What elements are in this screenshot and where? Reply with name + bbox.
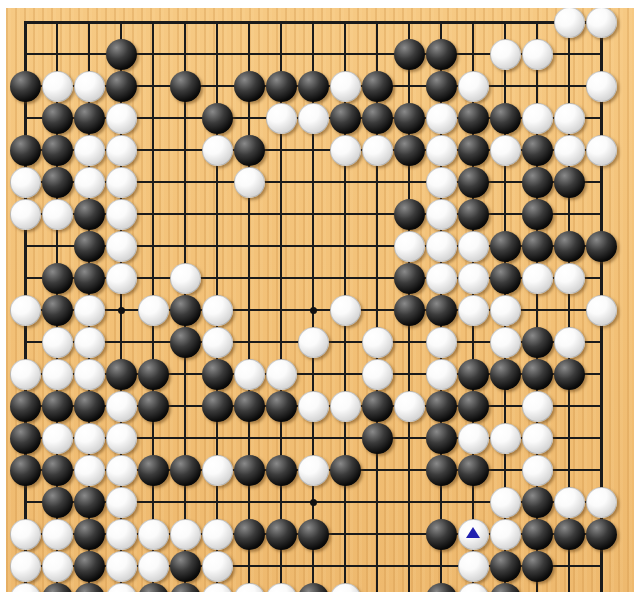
black-stone-c5-r9[interactable]	[170, 295, 201, 326]
white-stone-c14-r17[interactable]	[458, 551, 489, 582]
black-stone-c7-r12[interactable]	[234, 391, 265, 422]
white-stone-c13-r5[interactable]	[426, 167, 457, 198]
last-move-triangle-marker	[466, 527, 480, 538]
white-stone-c13-r8[interactable]	[426, 263, 457, 294]
white-stone-c2-r13[interactable]	[74, 423, 105, 454]
black-stone-c15-r8[interactable]	[490, 263, 521, 294]
white-stone-c13-r10[interactable]	[426, 327, 457, 358]
black-stone-c10-r3[interactable]	[330, 103, 361, 134]
white-stone-c9-r12[interactable]	[298, 391, 329, 422]
go-board[interactable]	[6, 8, 634, 592]
black-stone-c18-r16[interactable]	[586, 519, 617, 550]
black-stone-c7-r16[interactable]	[234, 519, 265, 550]
black-stone-c12-r1[interactable]	[394, 39, 425, 70]
white-stone-c4-r16[interactable]	[138, 519, 169, 550]
white-stone-c13-r11[interactable]	[426, 359, 457, 390]
white-stone-c15-r1[interactable]	[490, 39, 521, 70]
black-stone-c17-r11[interactable]	[554, 359, 585, 390]
black-stone-c13-r13[interactable]	[426, 423, 457, 454]
white-stone-c3-r7[interactable]	[106, 231, 137, 262]
white-stone-c3-r13[interactable]	[106, 423, 137, 454]
black-stone-c12-r3[interactable]	[394, 103, 425, 134]
white-stone-c16-r3[interactable]	[522, 103, 553, 134]
black-stone-c13-r9[interactable]	[426, 295, 457, 326]
white-stone-c3-r4[interactable]	[106, 135, 137, 166]
black-stone-c2-r12[interactable]	[74, 391, 105, 422]
white-stone-c3-r12[interactable]	[106, 391, 137, 422]
black-stone-c16-r11[interactable]	[522, 359, 553, 390]
white-stone-c15-r13[interactable]	[490, 423, 521, 454]
white-stone-c10-r12[interactable]	[330, 391, 361, 422]
black-stone-c17-r5[interactable]	[554, 167, 585, 198]
white-stone-c5-r8[interactable]	[170, 263, 201, 294]
board-layer	[6, 8, 634, 592]
black-stone-c8-r2[interactable]	[266, 71, 297, 102]
black-stone-c15-r7[interactable]	[490, 231, 521, 262]
grid-line-vertical	[248, 21, 250, 592]
white-stone-c3-r14[interactable]	[106, 455, 137, 486]
black-stone-c4-r12[interactable]	[138, 391, 169, 422]
black-stone-c7-r2[interactable]	[234, 71, 265, 102]
white-stone-c8-r3[interactable]	[266, 103, 297, 134]
white-stone-c1-r17[interactable]	[42, 551, 73, 582]
white-stone-c7-r11[interactable]	[234, 359, 265, 390]
white-stone-c17-r0[interactable]	[554, 8, 585, 38]
white-stone-c10-r2[interactable]	[330, 71, 361, 102]
black-stone-c13-r12[interactable]	[426, 391, 457, 422]
white-stone-c2-r10[interactable]	[74, 327, 105, 358]
black-stone-c15-r17[interactable]	[490, 551, 521, 582]
black-stone-c1-r18[interactable]	[42, 583, 73, 593]
black-stone-c14-r11[interactable]	[458, 359, 489, 390]
white-stone-c16-r1[interactable]	[522, 39, 553, 70]
black-stone-c14-r12[interactable]	[458, 391, 489, 422]
black-stone-c6-r12[interactable]	[202, 391, 233, 422]
white-stone-c12-r7[interactable]	[394, 231, 425, 262]
white-stone-c14-r13[interactable]	[458, 423, 489, 454]
white-stone-c4-r9[interactable]	[138, 295, 169, 326]
black-stone-c9-r18[interactable]	[298, 583, 329, 593]
black-stone-c15-r3[interactable]	[490, 103, 521, 134]
white-stone-c16-r12[interactable]	[522, 391, 553, 422]
white-stone-c14-r2[interactable]	[458, 71, 489, 102]
white-stone-c0-r16[interactable]	[10, 519, 41, 550]
black-stone-c1-r15[interactable]	[42, 487, 73, 518]
black-stone-c17-r7[interactable]	[554, 231, 585, 262]
white-stone-c6-r4[interactable]	[202, 135, 233, 166]
white-stone-c3-r18[interactable]	[106, 583, 137, 593]
black-stone-c16-r4[interactable]	[522, 135, 553, 166]
black-stone-c1-r3[interactable]	[42, 103, 73, 134]
black-stone-c5-r10[interactable]	[170, 327, 201, 358]
white-stone-c6-r10[interactable]	[202, 327, 233, 358]
go-app-screenshot	[0, 0, 640, 597]
white-stone-c18-r9[interactable]	[586, 295, 617, 326]
black-stone-c0-r2[interactable]	[10, 71, 41, 102]
black-stone-c3-r11[interactable]	[106, 359, 137, 390]
white-stone-c2-r11[interactable]	[74, 359, 105, 390]
white-stone-c1-r13[interactable]	[42, 423, 73, 454]
black-stone-c9-r2[interactable]	[298, 71, 329, 102]
black-stone-c14-r14[interactable]	[458, 455, 489, 486]
white-stone-c11-r4[interactable]	[362, 135, 393, 166]
black-stone-c0-r4[interactable]	[10, 135, 41, 166]
white-stone-c14-r8[interactable]	[458, 263, 489, 294]
black-stone-c0-r14[interactable]	[10, 455, 41, 486]
black-stone-c8-r16[interactable]	[266, 519, 297, 550]
white-stone-c1-r2[interactable]	[42, 71, 73, 102]
black-stone-c2-r15[interactable]	[74, 487, 105, 518]
black-stone-c2-r7[interactable]	[74, 231, 105, 262]
white-stone-c2-r5[interactable]	[74, 167, 105, 198]
black-stone-c4-r18[interactable]	[138, 583, 169, 593]
black-stone-c2-r3[interactable]	[74, 103, 105, 134]
black-stone-c11-r13[interactable]	[362, 423, 393, 454]
white-stone-c3-r3[interactable]	[106, 103, 137, 134]
black-stone-c11-r12[interactable]	[362, 391, 393, 422]
white-stone-c8-r18[interactable]	[266, 583, 297, 593]
black-stone-c16-r16[interactable]	[522, 519, 553, 550]
white-stone-c15-r9[interactable]	[490, 295, 521, 326]
white-stone-c8-r11[interactable]	[266, 359, 297, 390]
white-stone-c0-r9[interactable]	[10, 295, 41, 326]
black-stone-c2-r17[interactable]	[74, 551, 105, 582]
white-stone-c10-r18[interactable]	[330, 583, 361, 593]
black-stone-c5-r18[interactable]	[170, 583, 201, 593]
black-stone-c15-r18[interactable]	[490, 583, 521, 593]
black-stone-c16-r5[interactable]	[522, 167, 553, 198]
black-stone-c1-r8[interactable]	[42, 263, 73, 294]
black-stone-c13-r18[interactable]	[426, 583, 457, 593]
white-stone-c15-r10[interactable]	[490, 327, 521, 358]
white-stone-c13-r7[interactable]	[426, 231, 457, 262]
white-stone-c15-r15[interactable]	[490, 487, 521, 518]
black-stone-c11-r2[interactable]	[362, 71, 393, 102]
star-point	[310, 307, 317, 314]
white-stone-c16-r8[interactable]	[522, 263, 553, 294]
white-stone-c6-r18[interactable]	[202, 583, 233, 593]
black-stone-c16-r10[interactable]	[522, 327, 553, 358]
black-stone-c16-r17[interactable]	[522, 551, 553, 582]
white-stone-c2-r2[interactable]	[74, 71, 105, 102]
white-stone-c12-r12[interactable]	[394, 391, 425, 422]
white-stone-c16-r14[interactable]	[522, 455, 553, 486]
white-stone-c11-r11[interactable]	[362, 359, 393, 390]
white-stone-c10-r9[interactable]	[330, 295, 361, 326]
white-stone-c18-r4[interactable]	[586, 135, 617, 166]
white-stone-c11-r10[interactable]	[362, 327, 393, 358]
black-stone-c16-r6[interactable]	[522, 199, 553, 230]
white-stone-c17-r8[interactable]	[554, 263, 585, 294]
star-point	[118, 307, 125, 314]
black-stone-c4-r11[interactable]	[138, 359, 169, 390]
black-stone-c1-r12[interactable]	[42, 391, 73, 422]
white-stone-c5-r16[interactable]	[170, 519, 201, 550]
white-stone-c1-r10[interactable]	[42, 327, 73, 358]
white-stone-c3-r17[interactable]	[106, 551, 137, 582]
white-stone-c1-r16[interactable]	[42, 519, 73, 550]
white-stone-c14-r9[interactable]	[458, 295, 489, 326]
black-stone-c8-r12[interactable]	[266, 391, 297, 422]
white-stone-c13-r6[interactable]	[426, 199, 457, 230]
white-stone-c15-r16[interactable]	[490, 519, 521, 550]
black-stone-c5-r17[interactable]	[170, 551, 201, 582]
black-stone-c14-r3[interactable]	[458, 103, 489, 134]
white-stone-c0-r6[interactable]	[10, 199, 41, 230]
white-stone-c18-r2[interactable]	[586, 71, 617, 102]
black-stone-c3-r2[interactable]	[106, 71, 137, 102]
white-stone-c13-r3[interactable]	[426, 103, 457, 134]
star-point	[310, 499, 317, 506]
black-stone-c16-r15[interactable]	[522, 487, 553, 518]
black-stone-c6-r3[interactable]	[202, 103, 233, 134]
white-stone-c1-r11[interactable]	[42, 359, 73, 390]
black-stone-c2-r8[interactable]	[74, 263, 105, 294]
white-stone-c16-r13[interactable]	[522, 423, 553, 454]
black-stone-c9-r16[interactable]	[298, 519, 329, 550]
black-stone-c2-r18[interactable]	[74, 583, 105, 593]
white-stone-c10-r4[interactable]	[330, 135, 361, 166]
black-stone-c8-r14[interactable]	[266, 455, 297, 486]
white-stone-c0-r11[interactable]	[10, 359, 41, 390]
black-stone-c10-r14[interactable]	[330, 455, 361, 486]
white-stone-c9-r10[interactable]	[298, 327, 329, 358]
black-stone-c17-r16[interactable]	[554, 519, 585, 550]
white-stone-c3-r5[interactable]	[106, 167, 137, 198]
black-stone-c1-r14[interactable]	[42, 455, 73, 486]
white-stone-c14-r18[interactable]	[458, 583, 489, 593]
black-stone-c12-r8[interactable]	[394, 263, 425, 294]
white-stone-c2-r4[interactable]	[74, 135, 105, 166]
black-stone-c7-r14[interactable]	[234, 455, 265, 486]
black-stone-c0-r13[interactable]	[10, 423, 41, 454]
white-stone-c7-r5[interactable]	[234, 167, 265, 198]
white-stone-c3-r6[interactable]	[106, 199, 137, 230]
white-stone-c6-r9[interactable]	[202, 295, 233, 326]
white-stone-c0-r18[interactable]	[10, 583, 41, 593]
white-stone-c4-r17[interactable]	[138, 551, 169, 582]
white-stone-c6-r17[interactable]	[202, 551, 233, 582]
white-stone-c18-r0[interactable]	[586, 8, 617, 38]
black-stone-c12-r6[interactable]	[394, 199, 425, 230]
white-stone-c2-r14[interactable]	[74, 455, 105, 486]
black-stone-c16-r7[interactable]	[522, 231, 553, 262]
black-stone-c13-r1[interactable]	[426, 39, 457, 70]
black-stone-c1-r4[interactable]	[42, 135, 73, 166]
black-stone-c14-r6[interactable]	[458, 199, 489, 230]
black-stone-c3-r1[interactable]	[106, 39, 137, 70]
white-stone-c18-r15[interactable]	[586, 487, 617, 518]
black-stone-c13-r2[interactable]	[426, 71, 457, 102]
black-stone-c5-r2[interactable]	[170, 71, 201, 102]
black-stone-c12-r4[interactable]	[394, 135, 425, 166]
white-stone-c17-r3[interactable]	[554, 103, 585, 134]
black-stone-c13-r14[interactable]	[426, 455, 457, 486]
black-stone-c14-r4[interactable]	[458, 135, 489, 166]
black-stone-c18-r7[interactable]	[586, 231, 617, 262]
black-stone-c6-r11[interactable]	[202, 359, 233, 390]
black-stone-c1-r9[interactable]	[42, 295, 73, 326]
white-stone-c0-r17[interactable]	[10, 551, 41, 582]
white-stone-c1-r6[interactable]	[42, 199, 73, 230]
white-stone-c14-r7[interactable]	[458, 231, 489, 262]
black-stone-c2-r16[interactable]	[74, 519, 105, 550]
black-stone-c5-r14[interactable]	[170, 455, 201, 486]
black-stone-c4-r14[interactable]	[138, 455, 169, 486]
white-stone-c6-r14[interactable]	[202, 455, 233, 486]
white-stone-c3-r15[interactable]	[106, 487, 137, 518]
white-stone-c3-r16[interactable]	[106, 519, 137, 550]
white-stone-c17-r10[interactable]	[554, 327, 585, 358]
black-stone-c12-r9[interactable]	[394, 295, 425, 326]
white-stone-c3-r8[interactable]	[106, 263, 137, 294]
white-stone-c0-r5[interactable]	[10, 167, 41, 198]
white-stone-c2-r9[interactable]	[74, 295, 105, 326]
black-stone-c15-r11[interactable]	[490, 359, 521, 390]
black-stone-c11-r3[interactable]	[362, 103, 393, 134]
black-stone-c0-r12[interactable]	[10, 391, 41, 422]
black-stone-c1-r5[interactable]	[42, 167, 73, 198]
white-stone-c9-r14[interactable]	[298, 455, 329, 486]
black-stone-c14-r5[interactable]	[458, 167, 489, 198]
white-stone-c13-r4[interactable]	[426, 135, 457, 166]
black-stone-c7-r4[interactable]	[234, 135, 265, 166]
white-stone-c7-r18[interactable]	[234, 583, 265, 593]
white-stone-c15-r4[interactable]	[490, 135, 521, 166]
white-stone-c17-r4[interactable]	[554, 135, 585, 166]
black-stone-c2-r6[interactable]	[74, 199, 105, 230]
black-stone-c13-r16[interactable]	[426, 519, 457, 550]
white-stone-c9-r3[interactable]	[298, 103, 329, 134]
white-stone-c6-r16[interactable]	[202, 519, 233, 550]
white-stone-c17-r15[interactable]	[554, 487, 585, 518]
